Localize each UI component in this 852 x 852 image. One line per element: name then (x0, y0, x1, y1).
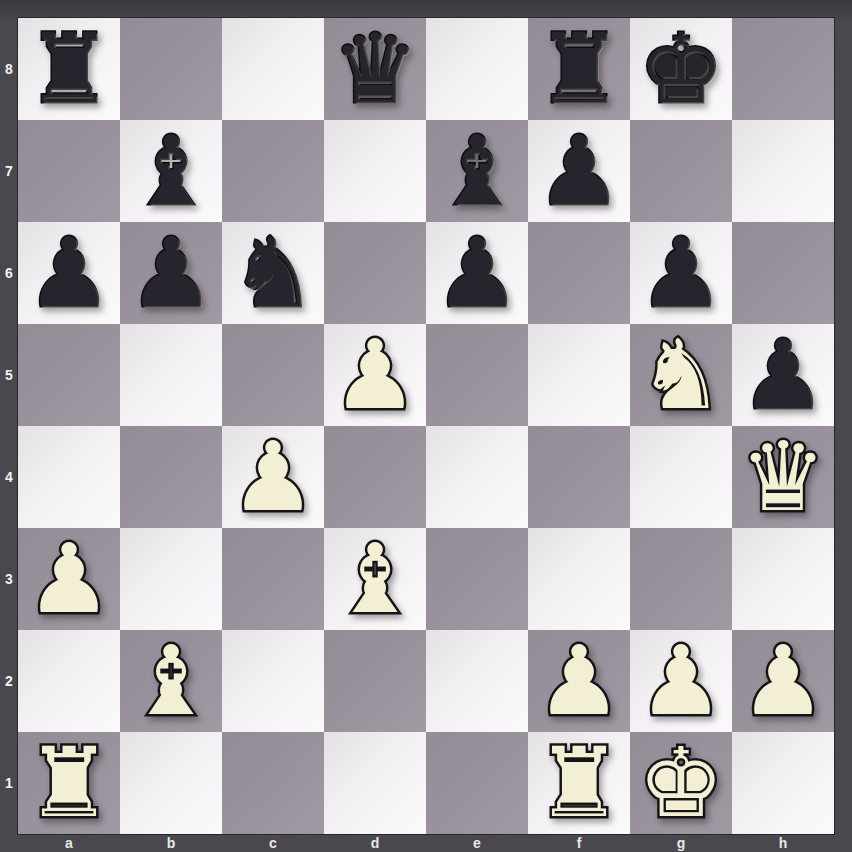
piece-white-knight-g5[interactable]: ♞ (638, 324, 724, 426)
rank-label-3: 3 (0, 528, 18, 630)
square-d1[interactable] (324, 732, 426, 834)
rank-label-2: 2 (0, 630, 18, 732)
piece-white-pawn-a3[interactable]: ♟ (26, 528, 112, 630)
square-h2[interactable]: ♟ (732, 630, 834, 732)
square-a5[interactable] (18, 324, 120, 426)
square-d7[interactable] (324, 120, 426, 222)
rank-label-1: 1 (0, 732, 18, 834)
square-a4[interactable] (18, 426, 120, 528)
square-g8[interactable]: ♚ (630, 18, 732, 120)
square-b1[interactable] (120, 732, 222, 834)
piece-white-bishop-d3[interactable]: ♝ (332, 528, 418, 630)
square-d3[interactable]: ♝ (324, 528, 426, 630)
file-label-a: a (18, 834, 120, 852)
square-f2[interactable]: ♟ (528, 630, 630, 732)
square-a2[interactable] (18, 630, 120, 732)
square-d5[interactable]: ♟ (324, 324, 426, 426)
square-b6[interactable]: ♟ (120, 222, 222, 324)
chess-board: ♜♛♜♚♝♝♟♟♟♞♟♟♟♞♟♟♛♟♝♝♟♟♟♜♜♚ (18, 18, 834, 834)
file-label-b: b (120, 834, 222, 852)
square-a1[interactable]: ♜ (18, 732, 120, 834)
piece-black-pawn-g6[interactable]: ♟ (638, 222, 724, 324)
square-d4[interactable] (324, 426, 426, 528)
piece-black-pawn-a6[interactable]: ♟ (26, 222, 112, 324)
square-h8[interactable] (732, 18, 834, 120)
square-h4[interactable]: ♛ (732, 426, 834, 528)
piece-black-queen-d8[interactable]: ♛ (332, 18, 418, 120)
square-f7[interactable]: ♟ (528, 120, 630, 222)
piece-white-pawn-g2[interactable]: ♟ (638, 630, 724, 732)
square-c5[interactable] (222, 324, 324, 426)
square-c7[interactable] (222, 120, 324, 222)
square-e5[interactable] (426, 324, 528, 426)
piece-black-pawn-b6[interactable]: ♟ (128, 222, 214, 324)
square-a8[interactable]: ♜ (18, 18, 120, 120)
square-h1[interactable] (732, 732, 834, 834)
square-a7[interactable] (18, 120, 120, 222)
square-f3[interactable] (528, 528, 630, 630)
file-label-e: e (426, 834, 528, 852)
square-e1[interactable] (426, 732, 528, 834)
piece-white-king-g1[interactable]: ♚ (638, 732, 724, 834)
piece-white-rook-f1[interactable]: ♜ (536, 732, 622, 834)
piece-black-pawn-f7[interactable]: ♟ (536, 120, 622, 222)
piece-black-pawn-h5[interactable]: ♟ (740, 324, 826, 426)
piece-white-rook-a1[interactable]: ♜ (26, 732, 112, 834)
file-label-f: f (528, 834, 630, 852)
file-labels: abcdefgh (18, 834, 834, 852)
square-e4[interactable] (426, 426, 528, 528)
square-b3[interactable] (120, 528, 222, 630)
square-a6[interactable]: ♟ (18, 222, 120, 324)
square-d2[interactable] (324, 630, 426, 732)
square-g3[interactable] (630, 528, 732, 630)
square-c1[interactable] (222, 732, 324, 834)
square-h7[interactable] (732, 120, 834, 222)
piece-black-bishop-e7[interactable]: ♝ (434, 120, 520, 222)
square-f8[interactable]: ♜ (528, 18, 630, 120)
square-f4[interactable] (528, 426, 630, 528)
square-e7[interactable]: ♝ (426, 120, 528, 222)
square-d8[interactable]: ♛ (324, 18, 426, 120)
piece-white-pawn-f2[interactable]: ♟ (536, 630, 622, 732)
square-g4[interactable] (630, 426, 732, 528)
square-e2[interactable] (426, 630, 528, 732)
rank-label-6: 6 (0, 222, 18, 324)
square-e3[interactable] (426, 528, 528, 630)
file-label-h: h (732, 834, 834, 852)
file-label-c: c (222, 834, 324, 852)
square-g7[interactable] (630, 120, 732, 222)
piece-black-rook-f8[interactable]: ♜ (536, 18, 622, 120)
square-h3[interactable] (732, 528, 834, 630)
piece-black-rook-a8[interactable]: ♜ (26, 18, 112, 120)
square-c6[interactable]: ♞ (222, 222, 324, 324)
square-f6[interactable] (528, 222, 630, 324)
piece-black-bishop-b7[interactable]: ♝ (128, 120, 214, 222)
square-g1[interactable]: ♚ (630, 732, 732, 834)
piece-black-knight-c6[interactable]: ♞ (230, 222, 316, 324)
square-h5[interactable]: ♟ (732, 324, 834, 426)
rank-label-7: 7 (0, 120, 18, 222)
piece-white-bishop-b2[interactable]: ♝ (128, 630, 214, 732)
square-h6[interactable] (732, 222, 834, 324)
piece-white-pawn-h2[interactable]: ♟ (740, 630, 826, 732)
square-g6[interactable]: ♟ (630, 222, 732, 324)
square-b4[interactable] (120, 426, 222, 528)
board-frame: 87654321 ♜♛♜♚♝♝♟♟♟♞♟♟♟♞♟♟♛♟♝♝♟♟♟♜♜♚ abcd… (0, 0, 852, 852)
square-d6[interactable] (324, 222, 426, 324)
square-c3[interactable] (222, 528, 324, 630)
square-b2[interactable]: ♝ (120, 630, 222, 732)
square-b8[interactable] (120, 18, 222, 120)
rank-label-5: 5 (0, 324, 18, 426)
piece-black-king-g8[interactable]: ♚ (638, 18, 724, 120)
piece-white-pawn-c4[interactable]: ♟ (230, 426, 316, 528)
rank-label-8: 8 (0, 18, 18, 120)
square-e6[interactable]: ♟ (426, 222, 528, 324)
piece-black-pawn-e6[interactable]: ♟ (434, 222, 520, 324)
square-c2[interactable] (222, 630, 324, 732)
square-b5[interactable] (120, 324, 222, 426)
file-label-d: d (324, 834, 426, 852)
piece-white-queen-h4[interactable]: ♛ (740, 426, 826, 528)
square-c4[interactable]: ♟ (222, 426, 324, 528)
square-f5[interactable] (528, 324, 630, 426)
square-g5[interactable]: ♞ (630, 324, 732, 426)
square-g2[interactable]: ♟ (630, 630, 732, 732)
square-f1[interactable]: ♜ (528, 732, 630, 834)
rank-labels: 87654321 (0, 18, 18, 834)
file-label-g: g (630, 834, 732, 852)
square-b7[interactable]: ♝ (120, 120, 222, 222)
piece-white-pawn-d5[interactable]: ♟ (332, 324, 418, 426)
square-c8[interactable] (222, 18, 324, 120)
square-e8[interactable] (426, 18, 528, 120)
square-a3[interactable]: ♟ (18, 528, 120, 630)
rank-label-4: 4 (0, 426, 18, 528)
